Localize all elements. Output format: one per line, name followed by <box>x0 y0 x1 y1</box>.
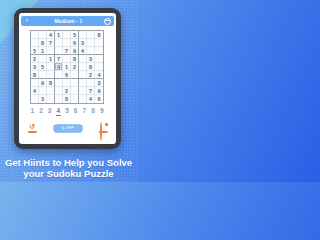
grid-cell-r6c1[interactable]: 8 <box>31 71 39 79</box>
keypad-digit-5[interactable]: 5 <box>65 107 70 115</box>
grid-cell-r1c4[interactable]: 1 <box>55 31 63 39</box>
pencil-toggle-label: OFF <box>66 126 74 130</box>
undo-icon: ↺ <box>29 123 35 130</box>
grid-cell-r2c1[interactable] <box>31 39 39 47</box>
promo-caption-line1: Get Hiints to Help you Solve <box>0 157 137 168</box>
grid-cell-r3c8[interactable] <box>87 47 95 55</box>
grid-cell-r4c9[interactable] <box>95 55 103 63</box>
keypad-digit-8[interactable]: 8 <box>91 107 96 115</box>
grid-cell-r6c4[interactable] <box>55 71 63 79</box>
grid-cell-r6c5[interactable]: 6 <box>63 71 71 79</box>
grid-cell-r6c8[interactable]: 2 <box>87 71 95 79</box>
grid-cell-r7c5[interactable] <box>63 79 71 87</box>
grid-cell-r6c7[interactable] <box>79 71 87 79</box>
grid-cell-r6c2[interactable] <box>39 71 47 79</box>
grid-cell-r7c2[interactable]: 9 <box>39 79 47 87</box>
grid-cell-r3c5[interactable]: 7 <box>63 47 71 55</box>
bulb-icon <box>100 123 107 130</box>
grid-cell-r9c4[interactable] <box>55 95 63 103</box>
undo-icon-base <box>28 131 37 134</box>
grid-cell-r2c2[interactable]: 8 <box>39 39 47 47</box>
grid-cell-r4c4[interactable]: 7 <box>55 55 63 63</box>
sudoku-grid: 415887635179421783354128862498342793846 <box>30 30 104 104</box>
grid-cell-r5c5[interactable]: 1 <box>63 63 71 71</box>
grid-cell-r5c9[interactable] <box>95 63 103 71</box>
keypad-digit-6[interactable]: 6 <box>73 107 78 115</box>
keypad-digit-2[interactable]: 2 <box>39 107 44 115</box>
grid-cell-r5c4[interactable]: 4 <box>55 63 63 71</box>
grid-cell-r4c2[interactable] <box>39 55 47 63</box>
grid-cell-r3c2[interactable]: 1 <box>39 47 47 55</box>
grid-cell-r8c7[interactable] <box>79 87 87 95</box>
grid-cell-r6c9[interactable]: 4 <box>95 71 103 79</box>
promo-caption: Get Hiints to Help you Solve your Sudoku… <box>0 157 137 179</box>
grid-cell-r7c7[interactable] <box>79 79 87 87</box>
grid-cell-r8c3[interactable] <box>47 87 55 95</box>
grid-cell-r8c4[interactable] <box>55 87 63 95</box>
grid-cell-r5c2[interactable]: 5 <box>39 63 47 71</box>
grid-cell-r9c3[interactable] <box>47 95 55 103</box>
digit-keypad: 123456789 <box>30 107 104 116</box>
grid-cell-r3c7[interactable]: 4 <box>79 47 87 55</box>
keypad-digit-1[interactable]: 1 <box>30 107 35 115</box>
grid-cell-r1c2[interactable] <box>39 31 47 39</box>
grid-cell-r8c2[interactable] <box>39 87 47 95</box>
grid-cell-r6c3[interactable] <box>47 71 55 79</box>
grid-cell-r9c7[interactable] <box>79 95 87 103</box>
grid-cell-r2c5[interactable] <box>63 39 71 47</box>
grid-cell-r6c6[interactable] <box>71 71 79 79</box>
grid-cell-r5c7[interactable] <box>79 63 87 71</box>
hint-badge <box>105 123 108 126</box>
keypad-digit-3[interactable]: 3 <box>47 107 52 115</box>
grid-cell-r8c6[interactable] <box>71 87 79 95</box>
undo-button[interactable]: ↺ <box>25 123 39 134</box>
grid-cell-r2c6[interactable]: 6 <box>71 39 79 47</box>
grid-cell-r9c8[interactable]: 4 <box>87 95 95 103</box>
keypad-digit-7[interactable]: 7 <box>82 107 87 115</box>
grid-cell-r2c8[interactable] <box>87 39 95 47</box>
grid-cell-r3c4[interactable] <box>55 47 63 55</box>
hint-button[interactable] <box>96 123 110 134</box>
action-buttons-row: ↺ ✎ OFF <box>25 120 110 136</box>
grid-cell-r9c2[interactable]: 3 <box>39 95 47 103</box>
grid-cell-r1c9[interactable]: 8 <box>95 31 103 39</box>
grid-cell-r5c1[interactable]: 3 <box>31 63 39 71</box>
level-title: Medium - 1 <box>33 18 104 24</box>
grid-cell-r9c1[interactable] <box>31 95 39 103</box>
grid-cell-r7c4[interactable] <box>55 79 63 87</box>
grid-cell-r8c8[interactable]: 7 <box>87 87 95 95</box>
grid-cell-r1c6[interactable]: 5 <box>71 31 79 39</box>
grid-cell-r3c3[interactable] <box>47 47 55 55</box>
grid-cell-r4c3[interactable]: 1 <box>47 55 55 63</box>
grid-cell-r7c8[interactable] <box>87 79 95 87</box>
grid-cell-r9c9[interactable]: 6 <box>95 95 103 103</box>
tablet-device-frame: ‹ Medium - 1 415887635179421783354128862… <box>14 8 121 149</box>
grid-cell-r2c3[interactable]: 7 <box>47 39 55 47</box>
grid-cell-r4c1[interactable]: 2 <box>31 55 39 63</box>
app-screen: ‹ Medium - 1 415887635179421783354128862… <box>19 13 116 144</box>
grid-cell-r9c5[interactable]: 8 <box>63 95 71 103</box>
grid-cell-r4c6[interactable]: 8 <box>71 55 79 63</box>
grid-cell-r5c6[interactable]: 2 <box>71 63 79 71</box>
keypad-digit-9[interactable]: 9 <box>99 107 104 115</box>
grid-cell-r7c9[interactable]: 3 <box>95 79 103 87</box>
promo-caption-line2: your Sudoku Puzzle <box>0 168 137 179</box>
grid-cell-r1c5[interactable] <box>63 31 71 39</box>
grid-cell-r4c8[interactable]: 3 <box>87 55 95 63</box>
grid-cell-r8c1[interactable]: 4 <box>31 87 39 95</box>
grid-cell-r2c7[interactable]: 3 <box>79 39 87 47</box>
app-bar: ‹ Medium - 1 <box>21 16 114 26</box>
grid-cell-r2c4[interactable] <box>55 39 63 47</box>
grid-cell-r1c1[interactable] <box>31 31 39 39</box>
grid-cell-r9c6[interactable] <box>71 95 79 103</box>
grid-cell-r4c5[interactable] <box>63 55 71 63</box>
theme-circle-icon[interactable] <box>104 18 111 25</box>
keypad-digit-4[interactable]: 4 <box>56 107 61 116</box>
pencil-toggle-button[interactable]: ✎ OFF <box>53 124 83 133</box>
grid-cell-r5c8[interactable]: 8 <box>87 63 95 71</box>
grid-cell-r5c3[interactable] <box>47 63 55 71</box>
grid-cell-r8c5[interactable]: 2 <box>63 87 71 95</box>
grid-cell-r7c3[interactable]: 8 <box>47 79 55 87</box>
grid-cell-r3c6[interactable]: 9 <box>71 47 79 55</box>
grid-cell-r1c7[interactable] <box>79 31 87 39</box>
grid-cell-r1c8[interactable] <box>87 31 95 39</box>
grid-cell-r4c7[interactable] <box>79 55 87 63</box>
grid-cell-r8c9[interactable]: 9 <box>95 87 103 95</box>
grid-cell-r7c1[interactable] <box>31 79 39 87</box>
grid-cell-r3c1[interactable]: 5 <box>31 47 39 55</box>
grid-cell-r2c9[interactable] <box>95 39 103 47</box>
grid-cell-r7c6[interactable] <box>71 79 79 87</box>
grid-cell-r1c3[interactable]: 4 <box>47 31 55 39</box>
bulb-circle <box>100 122 102 141</box>
back-button[interactable]: ‹ <box>21 16 33 26</box>
pencil-icon: ✎ <box>61 126 65 131</box>
grid-cell-r3c9[interactable] <box>95 47 103 55</box>
